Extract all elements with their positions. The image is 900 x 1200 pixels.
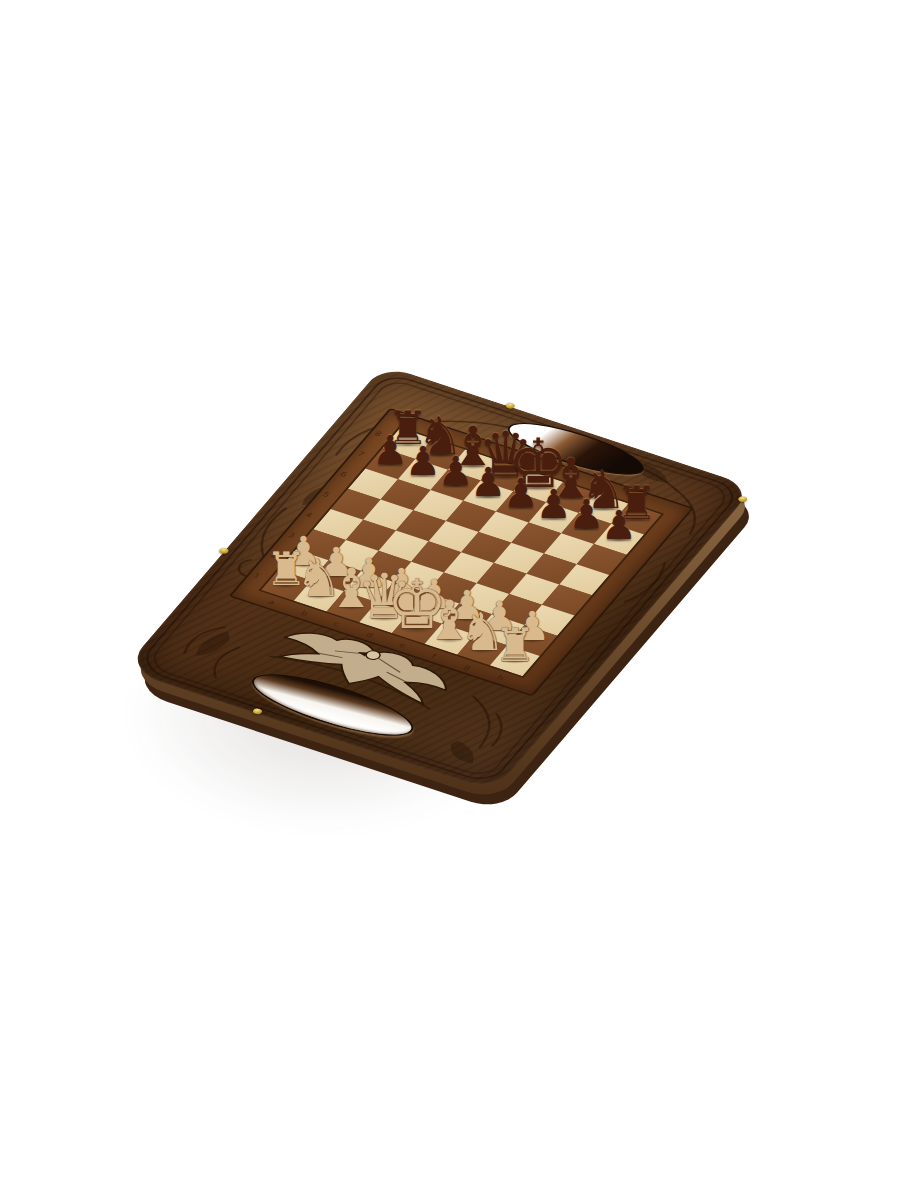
brass-pin — [504, 402, 516, 410]
product-photo: abcdefgh12345678 ♜♞♟♝♟♛♟♚♟♝♟♞♟♜♟♟♟♟♜♟♞♟♝… — [0, 0, 900, 1200]
brass-pin — [218, 547, 230, 555]
brass-pin — [737, 495, 749, 503]
